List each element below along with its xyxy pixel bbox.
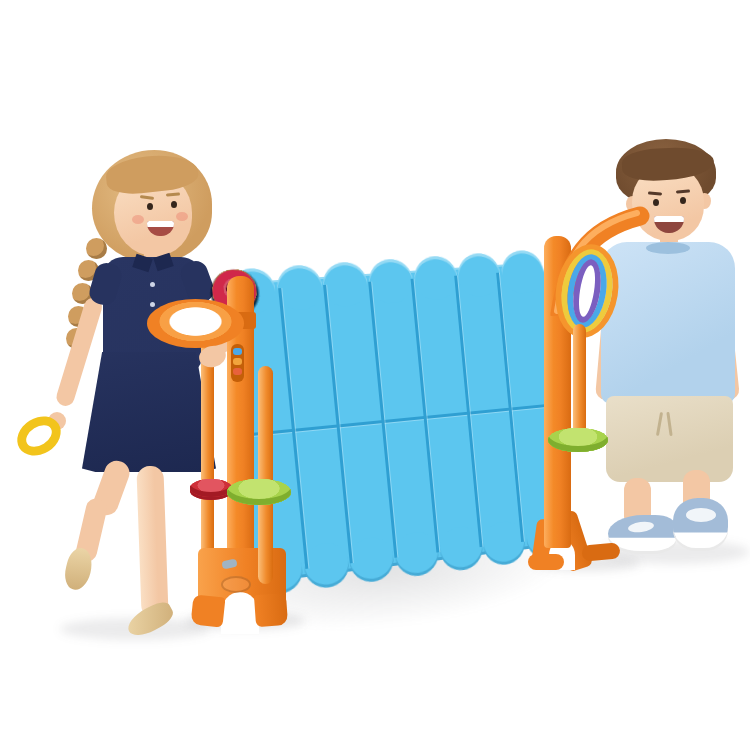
slot-button-orange [233,358,242,365]
left-back-ring-pole [201,342,214,564]
green-toss-ring [227,479,291,505]
product-photo-scene [0,0,750,750]
slot-button-red [233,368,242,375]
hanging-rings [556,244,618,338]
left-front-foot [191,594,226,627]
red-toss-ring [190,479,232,497]
right-front-foot [528,554,564,570]
brand-badge [221,576,251,593]
right-rear-foot [581,542,620,561]
board-grid [235,270,563,574]
basketball-hoop-ring [147,299,244,348]
slot-button-blue [233,348,242,355]
left-front-ring-pole [258,366,273,584]
connect-four-board [227,262,569,584]
connect-four-structure [0,0,750,750]
left-post-slot [231,344,244,382]
green-toss-ring [548,428,608,452]
left-rear-foot [254,593,288,627]
